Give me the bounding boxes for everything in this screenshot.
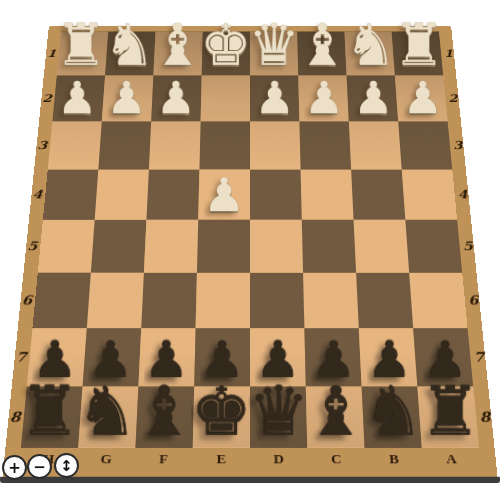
square-c4[interactable]	[301, 169, 354, 219]
white-pawn-a2[interactable]: ♟	[403, 75, 443, 120]
zoom-in-button[interactable]: +	[2, 455, 27, 480]
square-e1[interactable]: ♚	[202, 32, 250, 76]
square-g5[interactable]	[91, 220, 147, 273]
white-pawn-c2[interactable]: ♟	[304, 75, 344, 120]
square-d8[interactable]: ♛	[250, 386, 307, 447]
board-front-edge	[0, 477, 500, 483]
square-a4[interactable]	[402, 169, 457, 219]
rank-label-5-left: 5	[25, 239, 40, 253]
square-a2[interactable]: ♟	[395, 76, 448, 122]
square-h2[interactable]: ♟	[52, 76, 105, 122]
square-b8[interactable]: ♞	[362, 386, 422, 447]
black-rook-h8[interactable]: ♜	[19, 378, 80, 446]
white-pawn-f2[interactable]: ♟	[156, 75, 196, 120]
tilt-view-button[interactable]: ↕	[54, 453, 79, 478]
white-queen-d1[interactable]: ♛	[248, 17, 300, 75]
rank-label-4-right: 4	[455, 188, 470, 201]
white-pawn-d2[interactable]: ♟	[255, 75, 295, 120]
black-bishop-f8[interactable]: ♝	[134, 378, 195, 446]
square-f3[interactable]	[149, 121, 201, 169]
white-knight-g1[interactable]: ♞	[104, 17, 156, 75]
rank-label-5-right: 5	[460, 239, 475, 253]
rank-label-6-left: 6	[19, 293, 35, 307]
board-3d-viewport: ♜♞♝♚♛♝♞♜♟♟♟♟♟♟♟♟♟♟♟♟♟♟♟♟♜♞♝♚♛♝♞♜ 1122334…	[0, 0, 500, 486]
black-queen-d8[interactable]: ♛	[248, 378, 309, 446]
square-a1[interactable]: ♜	[392, 32, 443, 76]
square-e2[interactable]	[201, 76, 250, 122]
black-rook-a8[interactable]: ♜	[420, 378, 481, 446]
file-label-f: F	[134, 451, 192, 467]
square-c5[interactable]	[302, 220, 356, 273]
rank-label-7-left: 7	[13, 349, 29, 364]
square-f2[interactable]: ♟	[151, 76, 202, 122]
square-a3[interactable]	[398, 121, 452, 169]
square-c2[interactable]: ♟	[298, 76, 349, 122]
minus-icon: −	[33, 458, 46, 476]
file-label-c: C	[307, 451, 365, 467]
white-pawn-h2[interactable]: ♟	[57, 75, 97, 120]
square-b3[interactable]	[349, 121, 402, 169]
white-bishop-f1[interactable]: ♝	[152, 17, 204, 75]
white-knight-b1[interactable]: ♞	[345, 17, 397, 75]
rank-label-7-right: 7	[471, 349, 487, 364]
square-b5[interactable]	[354, 220, 410, 273]
rank-label-3-left: 3	[35, 139, 50, 151]
rank-label-6-right: 6	[465, 293, 481, 307]
square-c8[interactable]: ♝	[306, 386, 365, 447]
white-king-e1[interactable]: ♚	[200, 17, 252, 75]
square-b6[interactable]	[356, 273, 413, 328]
black-knight-b8[interactable]: ♞	[362, 378, 423, 446]
square-g4[interactable]	[95, 169, 149, 219]
square-c6[interactable]	[303, 273, 359, 328]
square-h5[interactable]	[38, 220, 95, 273]
square-e5[interactable]	[197, 220, 250, 273]
chess-app-scene: ♜♞♝♚♛♝♞♜♟♟♟♟♟♟♟♟♟♟♟♟♟♟♟♟♜♞♝♚♛♝♞♜ 1122334…	[0, 0, 500, 486]
white-rook-a1[interactable]: ♜	[393, 17, 445, 75]
square-d4[interactable]	[250, 169, 302, 219]
file-label-d: D	[250, 451, 308, 467]
rank-label-3-right: 3	[450, 139, 465, 151]
square-f8[interactable]: ♝	[135, 386, 194, 447]
square-a5[interactable]	[405, 220, 462, 273]
square-g6[interactable]	[87, 273, 144, 328]
square-g1[interactable]: ♞	[105, 32, 155, 76]
square-h3[interactable]	[48, 121, 102, 169]
square-g2[interactable]: ♟	[102, 76, 154, 122]
rank-label-2-left: 2	[40, 92, 54, 104]
square-d5[interactable]	[250, 220, 303, 273]
square-c3[interactable]	[299, 121, 351, 169]
square-c1[interactable]: ♝	[297, 32, 346, 76]
square-f6[interactable]	[141, 273, 197, 328]
square-g8[interactable]: ♞	[78, 386, 138, 447]
rank-label-4-left: 4	[30, 188, 45, 201]
square-h4[interactable]	[43, 169, 98, 219]
white-bishop-c1[interactable]: ♝	[297, 17, 349, 75]
white-pawn-g2[interactable]: ♟	[107, 75, 147, 120]
white-pawn-b2[interactable]: ♟	[353, 75, 393, 120]
square-b4[interactable]	[351, 169, 405, 219]
white-rook-h1[interactable]: ♜	[55, 17, 107, 75]
square-f5[interactable]	[144, 220, 198, 273]
chess-board-grid: ♜♞♝♚♛♝♞♜♟♟♟♟♟♟♟♟♟♟♟♟♟♟♟♟♜♞♝♚♛♝♞♜	[21, 32, 479, 448]
square-b1[interactable]: ♞	[344, 32, 394, 76]
up-down-arrow-icon: ↕	[60, 457, 73, 475]
chess-board-frame: ♜♞♝♚♛♝♞♜♟♟♟♟♟♟♟♟♟♟♟♟♟♟♟♟♜♞♝♚♛♝♞♜ 1122334…	[2, 26, 497, 479]
square-h6[interactable]	[32, 273, 90, 328]
square-e8[interactable]: ♚	[193, 386, 250, 447]
square-d2[interactable]: ♟	[250, 76, 299, 122]
square-g3[interactable]	[98, 121, 151, 169]
white-pawn-e4[interactable]: ♟	[203, 171, 245, 218]
file-label-b: B	[365, 451, 424, 467]
black-knight-g8[interactable]: ♞	[76, 378, 137, 446]
square-d1[interactable]: ♛	[250, 32, 298, 76]
file-label-g: G	[77, 451, 136, 467]
square-a6[interactable]	[409, 273, 467, 328]
square-b2[interactable]: ♟	[347, 76, 399, 122]
square-e6[interactable]	[196, 273, 250, 328]
square-f1[interactable]: ♝	[153, 32, 202, 76]
square-a8[interactable]: ♜	[417, 386, 479, 447]
black-king-e8[interactable]: ♚	[191, 378, 252, 446]
file-label-e: E	[192, 451, 250, 467]
square-d3[interactable]	[250, 121, 301, 169]
square-e3[interactable]	[199, 121, 250, 169]
square-h1[interactable]: ♜	[57, 32, 108, 76]
rank-label-2-right: 2	[446, 92, 460, 104]
plus-icon: +	[8, 459, 21, 477]
square-d6[interactable]	[250, 273, 304, 328]
zoom-out-button[interactable]: −	[27, 454, 52, 479]
square-h8[interactable]: ♜	[21, 386, 83, 447]
black-bishop-c8[interactable]: ♝	[305, 378, 366, 446]
square-f4[interactable]	[146, 169, 199, 219]
square-e4[interactable]: ♟	[198, 169, 250, 219]
file-label-a: A	[422, 451, 481, 467]
